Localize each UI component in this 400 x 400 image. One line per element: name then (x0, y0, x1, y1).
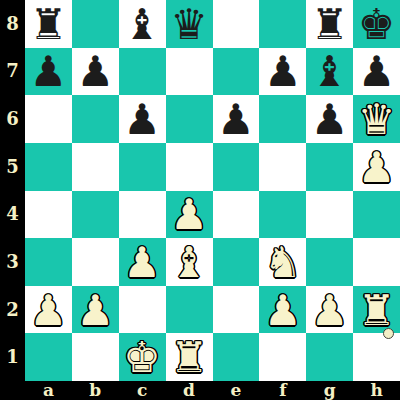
square-e6[interactable]: ♟ (213, 95, 260, 143)
white-pawn-f2[interactable]: ♟ (264, 290, 302, 332)
rank-label-2: 2 (0, 286, 25, 334)
square-e1[interactable] (213, 333, 260, 381)
rank-label-6: 6 (0, 95, 25, 143)
square-b6[interactable] (72, 95, 119, 143)
square-b7[interactable]: ♟ (72, 48, 119, 96)
white-rook-d1[interactable]: ♜ (170, 337, 208, 379)
board[interactable]: ♜♝♛♜♚♟♟♟♝♟♟♟♟♛♟♟♟♝♞♟♟♟♟♜♚♜ (25, 0, 400, 381)
square-f4[interactable] (259, 191, 306, 239)
square-a6[interactable] (25, 95, 72, 143)
square-a7[interactable]: ♟ (25, 48, 72, 96)
square-d1[interactable]: ♜ (166, 333, 213, 381)
square-f2[interactable]: ♟ (259, 286, 306, 334)
square-d8[interactable]: ♛ (166, 0, 213, 48)
square-f5[interactable] (259, 143, 306, 191)
square-d6[interactable] (166, 95, 213, 143)
black-queen-d8[interactable]: ♛ (170, 4, 208, 46)
square-c8[interactable]: ♝ (119, 0, 166, 48)
square-c4[interactable] (119, 191, 166, 239)
white-pawn-h5[interactable]: ♟ (358, 147, 396, 189)
white-bishop-d3[interactable]: ♝ (170, 242, 208, 284)
square-g6[interactable]: ♟ (306, 95, 353, 143)
white-pawn-d4[interactable]: ♟ (170, 194, 208, 236)
file-label-c: c (119, 381, 166, 400)
square-c6[interactable]: ♟ (119, 95, 166, 143)
black-pawn-h7[interactable]: ♟ (358, 51, 396, 93)
square-h4[interactable] (353, 191, 400, 239)
white-knight-f3[interactable]: ♞ (264, 242, 302, 284)
rank-label-8: 8 (0, 0, 25, 48)
square-e8[interactable] (213, 0, 260, 48)
rank-labels: 87654321 (0, 0, 25, 381)
file-label-a: a (25, 381, 72, 400)
square-d5[interactable] (166, 143, 213, 191)
square-b3[interactable] (72, 238, 119, 286)
rank-label-7: 7 (0, 48, 25, 96)
white-pawn-g2[interactable]: ♟ (311, 290, 349, 332)
square-b1[interactable] (72, 333, 119, 381)
square-h8[interactable]: ♚ (353, 0, 400, 48)
file-label-f: f (259, 381, 306, 400)
black-bishop-c8[interactable]: ♝ (123, 4, 161, 46)
rank-label-4: 4 (0, 191, 25, 239)
white-pawn-c3[interactable]: ♟ (123, 242, 161, 284)
square-c3[interactable]: ♟ (119, 238, 166, 286)
square-a4[interactable] (25, 191, 72, 239)
square-h2[interactable]: ♜ (353, 286, 400, 334)
square-b5[interactable] (72, 143, 119, 191)
square-e5[interactable] (213, 143, 260, 191)
square-c5[interactable] (119, 143, 166, 191)
square-d4[interactable]: ♟ (166, 191, 213, 239)
square-e7[interactable] (213, 48, 260, 96)
black-king-h8[interactable]: ♚ (358, 4, 396, 46)
file-label-h: h (353, 381, 400, 400)
black-rook-g8[interactable]: ♜ (311, 4, 349, 46)
square-e3[interactable] (213, 238, 260, 286)
square-f3[interactable]: ♞ (259, 238, 306, 286)
file-label-b: b (72, 381, 119, 400)
file-label-e: e (213, 381, 260, 400)
square-a1[interactable] (25, 333, 72, 381)
square-g4[interactable] (306, 191, 353, 239)
square-g5[interactable] (306, 143, 353, 191)
black-pawn-c6[interactable]: ♟ (123, 99, 161, 141)
black-bishop-g7[interactable]: ♝ (311, 51, 349, 93)
square-a5[interactable] (25, 143, 72, 191)
black-pawn-g6[interactable]: ♟ (311, 99, 349, 141)
square-d2[interactable] (166, 286, 213, 334)
square-a3[interactable] (25, 238, 72, 286)
square-f1[interactable] (259, 333, 306, 381)
black-pawn-e6[interactable]: ♟ (217, 99, 255, 141)
rank-label-5: 5 (0, 143, 25, 191)
square-a8[interactable]: ♜ (25, 0, 72, 48)
chess-board-frame: 87654321 ♜♝♛♜♚♟♟♟♝♟♟♟♟♛♟♟♟♝♞♟♟♟♟♜♚♜ abcd… (0, 0, 400, 400)
black-pawn-b7[interactable]: ♟ (76, 51, 114, 93)
square-d3[interactable]: ♝ (166, 238, 213, 286)
square-f7[interactable]: ♟ (259, 48, 306, 96)
black-pawn-a7[interactable]: ♟ (30, 51, 68, 93)
square-h3[interactable] (353, 238, 400, 286)
square-b8[interactable] (72, 0, 119, 48)
square-c1[interactable]: ♚ (119, 333, 166, 381)
rank-label-3: 3 (0, 238, 25, 286)
square-f6[interactable] (259, 95, 306, 143)
square-g7[interactable]: ♝ (306, 48, 353, 96)
file-labels: abcdefgh (25, 381, 400, 400)
square-h6[interactable]: ♛ (353, 95, 400, 143)
rank-label-1: 1 (0, 333, 25, 381)
square-c2[interactable] (119, 286, 166, 334)
white-king-c1[interactable]: ♚ (123, 337, 161, 379)
square-g3[interactable] (306, 238, 353, 286)
file-label-g: g (306, 381, 353, 400)
square-c7[interactable] (119, 48, 166, 96)
square-h7[interactable]: ♟ (353, 48, 400, 96)
square-a2[interactable]: ♟ (25, 286, 72, 334)
black-pawn-f7[interactable]: ♟ (264, 51, 302, 93)
square-e4[interactable] (213, 191, 260, 239)
square-d7[interactable] (166, 48, 213, 96)
square-h1[interactable] (353, 333, 400, 381)
square-e2[interactable] (213, 286, 260, 334)
square-h5[interactable]: ♟ (353, 143, 400, 191)
square-g1[interactable] (306, 333, 353, 381)
square-g8[interactable]: ♜ (306, 0, 353, 48)
black-rook-a8[interactable]: ♜ (30, 4, 68, 46)
white-to-move-indicator (383, 328, 394, 339)
white-pawn-a2[interactable]: ♟ (30, 290, 68, 332)
square-f8[interactable] (259, 0, 306, 48)
white-pawn-b2[interactable]: ♟ (76, 290, 114, 332)
square-g2[interactable]: ♟ (306, 286, 353, 334)
file-label-d: d (166, 381, 213, 400)
white-rook-h2[interactable]: ♜ (358, 290, 396, 332)
square-b2[interactable]: ♟ (72, 286, 119, 334)
white-queen-h6[interactable]: ♛ (358, 99, 396, 141)
square-b4[interactable] (72, 191, 119, 239)
